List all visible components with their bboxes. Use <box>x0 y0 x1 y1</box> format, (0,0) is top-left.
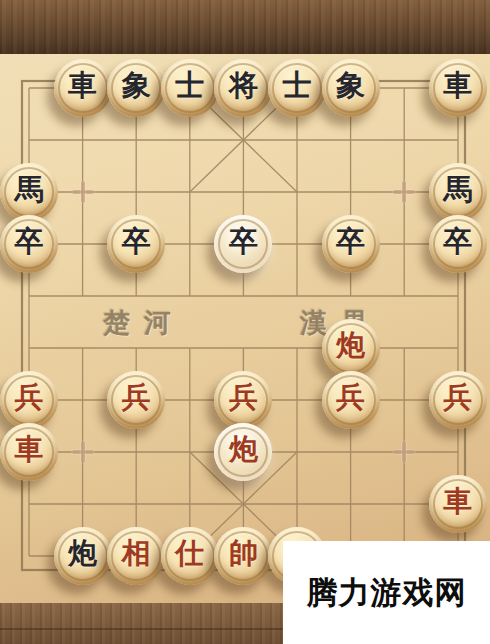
piece-black-象[interactable]: 象 <box>322 59 380 117</box>
watermark-text: 腾力游戏网 <box>307 572 467 614</box>
piece-red-仕[interactable]: 仕 <box>161 527 219 585</box>
point-marker <box>392 440 416 464</box>
piece-glyph: 車 <box>429 475 487 530</box>
piece-black-卒[interactable]: 卒 <box>107 215 165 273</box>
piece-glyph: 炮 <box>322 319 380 374</box>
piece-black-卒[interactable]: 卒 <box>214 215 272 273</box>
piece-red-車[interactable]: 車 <box>0 423 58 481</box>
point-marker <box>71 440 95 464</box>
piece-black-卒[interactable]: 卒 <box>429 215 487 273</box>
piece-glyph: 卒 <box>322 215 380 270</box>
piece-red-兵[interactable]: 兵 <box>107 371 165 429</box>
piece-glyph: 帥 <box>214 527 272 582</box>
piece-glyph: 車 <box>429 59 487 114</box>
piece-black-将[interactable]: 将 <box>214 59 272 117</box>
piece-black-卒[interactable]: 卒 <box>322 215 380 273</box>
piece-black-士[interactable]: 士 <box>268 59 326 117</box>
piece-red-炮[interactable]: 炮 <box>214 423 272 481</box>
piece-glyph: 車 <box>0 423 58 478</box>
piece-black-炮[interactable]: 炮 <box>54 527 112 585</box>
piece-glyph: 兵 <box>107 371 165 426</box>
piece-red-兵[interactable]: 兵 <box>429 371 487 429</box>
piece-glyph: 相 <box>107 527 165 582</box>
piece-glyph: 炮 <box>214 423 272 478</box>
piece-glyph: 馬 <box>429 163 487 218</box>
piece-glyph: 卒 <box>0 215 58 270</box>
board-inner-lines <box>29 88 458 556</box>
piece-glyph: 卒 <box>107 215 165 270</box>
piece-glyph: 兵 <box>214 371 272 426</box>
piece-red-炮[interactable]: 炮 <box>322 319 380 377</box>
piece-black-車[interactable]: 車 <box>429 59 487 117</box>
piece-glyph: 馬 <box>0 163 58 218</box>
piece-glyph: 象 <box>107 59 165 114</box>
piece-glyph: 兵 <box>429 371 487 426</box>
piece-red-相[interactable]: 相 <box>107 527 165 585</box>
piece-red-帥[interactable]: 帥 <box>214 527 272 585</box>
piece-black-卒[interactable]: 卒 <box>0 215 58 273</box>
piece-glyph: 将 <box>214 59 272 114</box>
xiangqi-app-window: 楚河 漢界 車象士将士象車馬馬卒卒卒卒卒炮兵兵兵兵兵車炮車炮相仕帥 腾力游戏网 <box>0 0 490 644</box>
piece-glyph: 兵 <box>0 371 58 426</box>
piece-glyph: 仕 <box>161 527 219 582</box>
piece-black-馬[interactable]: 馬 <box>0 163 58 221</box>
piece-black-馬[interactable]: 馬 <box>429 163 487 221</box>
piece-glyph: 士 <box>161 59 219 114</box>
piece-glyph: 卒 <box>429 215 487 270</box>
piece-glyph: 象 <box>322 59 380 114</box>
piece-glyph: 車 <box>54 59 112 114</box>
piece-red-兵[interactable]: 兵 <box>322 371 380 429</box>
piece-glyph: 士 <box>268 59 326 114</box>
watermark-box: 腾力游戏网 <box>283 541 490 644</box>
piece-red-兵[interactable]: 兵 <box>214 371 272 429</box>
point-marker <box>392 180 416 204</box>
piece-red-兵[interactable]: 兵 <box>0 371 58 429</box>
piece-black-車[interactable]: 車 <box>54 59 112 117</box>
piece-glyph: 炮 <box>54 527 112 582</box>
piece-black-士[interactable]: 士 <box>161 59 219 117</box>
piece-glyph: 兵 <box>322 371 380 426</box>
piece-glyph: 卒 <box>214 215 272 270</box>
piece-black-象[interactable]: 象 <box>107 59 165 117</box>
piece-red-車[interactable]: 車 <box>429 475 487 533</box>
point-marker <box>71 180 95 204</box>
river-text-chu-he: 楚河 <box>103 306 185 340</box>
